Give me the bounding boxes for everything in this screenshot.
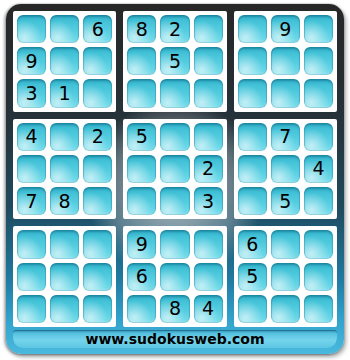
cell-r9c1[interactable]: [17, 295, 46, 323]
cell-r5c6[interactable]: 2: [194, 155, 223, 183]
cell-r6c3[interactable]: [83, 187, 112, 215]
cell-r2c6[interactable]: [194, 47, 223, 75]
cell-r4c8[interactable]: 7: [271, 123, 300, 151]
cell-r6c5[interactable]: [160, 187, 189, 215]
cell-r1c2[interactable]: [50, 15, 79, 43]
cell-r6c2[interactable]: 8: [50, 187, 79, 215]
cell-r7c7[interactable]: 6: [238, 230, 267, 258]
cell-r8c9[interactable]: [304, 263, 333, 291]
cell-r9c7[interactable]: [238, 295, 267, 323]
cell-r4c9[interactable]: [304, 123, 333, 151]
cell-r7c8[interactable]: [271, 230, 300, 258]
cell-r4c3[interactable]: 2: [83, 123, 112, 151]
cell-r1c9[interactable]: [304, 15, 333, 43]
cell-r5c7[interactable]: [238, 155, 267, 183]
cell-r2c8[interactable]: [271, 47, 300, 75]
cell-r2c2[interactable]: [50, 47, 79, 75]
cell-r4c5[interactable]: [160, 123, 189, 151]
cell-r4c6[interactable]: [194, 123, 223, 151]
cell-r7c1[interactable]: [17, 230, 46, 258]
cell-r4c2[interactable]: [50, 123, 79, 151]
cell-r3c4[interactable]: [127, 79, 156, 107]
cell-r7c6[interactable]: [194, 230, 223, 258]
cell-r8c2[interactable]: [50, 263, 79, 291]
box-1-1: 6931: [13, 11, 116, 112]
site-url-link[interactable]: www.sudokusweb.com: [85, 331, 264, 347]
cell-r2c5[interactable]: 5: [160, 47, 189, 75]
cell-r3c1[interactable]: 3: [17, 79, 46, 107]
cell-r5c8[interactable]: [271, 155, 300, 183]
cell-r9c3[interactable]: [83, 295, 112, 323]
cell-r7c2[interactable]: [50, 230, 79, 258]
cell-r9c9[interactable]: [304, 295, 333, 323]
cell-r6c1[interactable]: 7: [17, 187, 46, 215]
cell-r3c6[interactable]: [194, 79, 223, 107]
sudoku-board: 693182594278523745968465: [13, 11, 337, 327]
cell-r2c1[interactable]: 9: [17, 47, 46, 75]
cell-r7c3[interactable]: [83, 230, 112, 258]
cell-r2c3[interactable]: [83, 47, 112, 75]
cell-r2c7[interactable]: [238, 47, 267, 75]
box-2-2: 523: [123, 119, 226, 220]
cell-r9c8[interactable]: [271, 295, 300, 323]
box-3-3: 65: [234, 226, 337, 327]
cell-r3c9[interactable]: [304, 79, 333, 107]
site-bar: www.sudokusweb.com: [13, 330, 337, 348]
cell-r8c7[interactable]: 5: [238, 263, 267, 291]
cell-r2c9[interactable]: [304, 47, 333, 75]
cell-r8c5[interactable]: [160, 263, 189, 291]
cell-r4c7[interactable]: [238, 123, 267, 151]
cell-r1c7[interactable]: [238, 15, 267, 43]
box-3-1: [13, 226, 116, 327]
cell-r7c4[interactable]: 9: [127, 230, 156, 258]
cell-r5c3[interactable]: [83, 155, 112, 183]
cell-r6c4[interactable]: [127, 187, 156, 215]
box-3-2: 9684: [123, 226, 226, 327]
cell-r7c5[interactable]: [160, 230, 189, 258]
cell-r6c7[interactable]: [238, 187, 267, 215]
cell-r8c1[interactable]: [17, 263, 46, 291]
cell-r8c6[interactable]: [194, 263, 223, 291]
cell-r9c5[interactable]: 8: [160, 295, 189, 323]
cell-r1c6[interactable]: [194, 15, 223, 43]
cell-r1c4[interactable]: 8: [127, 15, 156, 43]
cell-r4c1[interactable]: 4: [17, 123, 46, 151]
cell-r3c7[interactable]: [238, 79, 267, 107]
sudoku-page: 693182594278523745968465 www.sudokusweb.…: [0, 0, 350, 360]
puzzle-frame: 693182594278523745968465 www.sudokusweb.…: [6, 4, 344, 354]
cell-r5c2[interactable]: [50, 155, 79, 183]
cell-r6c8[interactable]: 5: [271, 187, 300, 215]
cell-r3c8[interactable]: [271, 79, 300, 107]
cell-r5c1[interactable]: [17, 155, 46, 183]
cell-r7c9[interactable]: [304, 230, 333, 258]
box-1-3: 9: [234, 11, 337, 112]
box-2-3: 745: [234, 119, 337, 220]
box-2-1: 4278: [13, 119, 116, 220]
cell-r5c4[interactable]: [127, 155, 156, 183]
cell-r5c5[interactable]: [160, 155, 189, 183]
cell-r8c8[interactable]: [271, 263, 300, 291]
cell-r8c3[interactable]: [83, 263, 112, 291]
box-1-2: 825: [123, 11, 226, 112]
cell-r4c4[interactable]: 5: [127, 123, 156, 151]
cell-r1c5[interactable]: 2: [160, 15, 189, 43]
cell-r9c2[interactable]: [50, 295, 79, 323]
cell-r1c1[interactable]: [17, 15, 46, 43]
cell-r2c4[interactable]: [127, 47, 156, 75]
cell-r8c4[interactable]: 6: [127, 263, 156, 291]
cell-r9c6[interactable]: 4: [194, 295, 223, 323]
cell-r1c3[interactable]: 6: [83, 15, 112, 43]
cell-r1c8[interactable]: 9: [271, 15, 300, 43]
cell-r5c9[interactable]: 4: [304, 155, 333, 183]
cell-r6c9[interactable]: [304, 187, 333, 215]
cell-r9c4[interactable]: [127, 295, 156, 323]
cell-r3c3[interactable]: [83, 79, 112, 107]
cell-r3c5[interactable]: [160, 79, 189, 107]
cell-r3c2[interactable]: 1: [50, 79, 79, 107]
cell-r6c6[interactable]: 3: [194, 187, 223, 215]
